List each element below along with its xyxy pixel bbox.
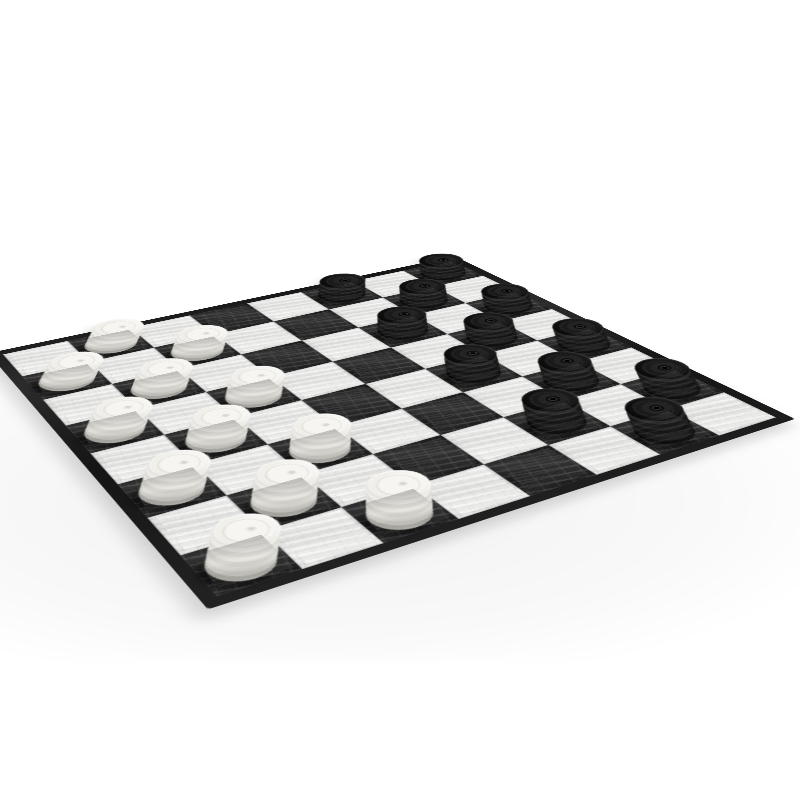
product-photo-stage: ⛂⛂⛂⛂⛂⛂⛂⛂⛂⛂⛂⛂⛀⛀⛀⛀⛀⛀⛀⛀⛀⛀⛀⛀ <box>0 0 800 800</box>
white-piece-r7c7[interactable]: ⛀ <box>193 537 289 589</box>
